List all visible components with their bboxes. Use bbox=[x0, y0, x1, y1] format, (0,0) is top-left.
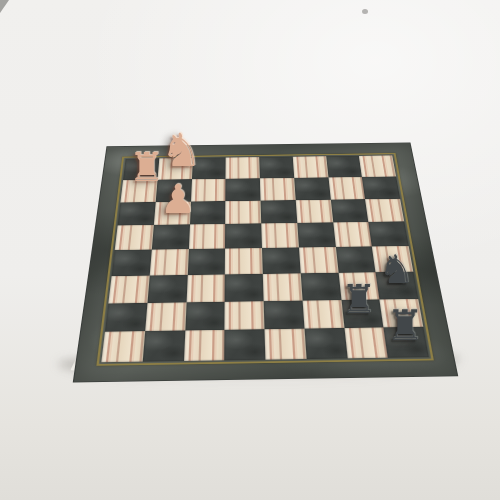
square-g1 bbox=[344, 328, 388, 359]
square-a1 bbox=[101, 331, 145, 362]
photo-speck bbox=[0, 0, 9, 13]
square-f3 bbox=[300, 273, 341, 301]
square-f5 bbox=[297, 223, 335, 248]
square-a4 bbox=[112, 250, 152, 276]
square-b1 bbox=[142, 331, 184, 362]
square-b5 bbox=[152, 225, 190, 250]
square-h7 bbox=[362, 176, 400, 199]
square-g5 bbox=[333, 222, 372, 247]
square-d2 bbox=[225, 301, 265, 330]
black-rook-g2: ♜ bbox=[341, 279, 377, 319]
square-d5 bbox=[225, 224, 262, 249]
square-d8 bbox=[226, 157, 260, 179]
square-c3 bbox=[186, 274, 225, 302]
square-d7 bbox=[226, 178, 261, 201]
square-g6 bbox=[330, 199, 368, 223]
square-a3 bbox=[108, 275, 149, 303]
square-e4 bbox=[262, 247, 300, 273]
white-rook-a7: ♜ bbox=[128, 147, 164, 187]
square-d4 bbox=[225, 248, 263, 274]
square-e1 bbox=[265, 329, 307, 360]
square-e2 bbox=[264, 300, 305, 329]
square-h5 bbox=[369, 222, 409, 247]
square-c5 bbox=[188, 224, 225, 249]
square-a2 bbox=[105, 303, 147, 332]
square-e7 bbox=[260, 178, 296, 201]
square-d1 bbox=[224, 329, 265, 360]
square-h6 bbox=[365, 198, 404, 222]
square-b2 bbox=[145, 302, 186, 331]
square-c1 bbox=[183, 330, 224, 361]
photo-speck bbox=[362, 9, 368, 14]
square-f7 bbox=[294, 177, 330, 200]
black-knight-h3: ♞ bbox=[379, 249, 415, 289]
square-e5 bbox=[261, 223, 298, 248]
black-rook-h1: ♜ bbox=[386, 305, 424, 347]
square-d3 bbox=[225, 274, 264, 302]
square-f4 bbox=[299, 247, 338, 273]
square-f1 bbox=[304, 328, 347, 359]
square-g7 bbox=[328, 177, 365, 200]
square-b4 bbox=[149, 249, 188, 275]
photo-scene: ♞♜♟♞♜♜ bbox=[0, 0, 500, 500]
square-f2 bbox=[302, 300, 344, 329]
square-a6 bbox=[118, 202, 156, 226]
square-b3 bbox=[147, 275, 187, 303]
square-g4 bbox=[335, 246, 375, 272]
square-e8 bbox=[259, 157, 294, 179]
square-f6 bbox=[295, 199, 332, 223]
white-knight-b8: ♞ bbox=[160, 128, 201, 174]
square-h8 bbox=[359, 155, 396, 176]
square-c2 bbox=[185, 301, 225, 330]
square-a5 bbox=[115, 225, 154, 250]
square-g8 bbox=[326, 156, 362, 177]
square-e6 bbox=[261, 200, 298, 224]
white-pawn-b6: ♟ bbox=[160, 179, 196, 219]
square-d6 bbox=[225, 200, 261, 224]
square-c4 bbox=[187, 249, 225, 275]
square-e3 bbox=[263, 273, 303, 301]
square-f8 bbox=[293, 156, 329, 178]
